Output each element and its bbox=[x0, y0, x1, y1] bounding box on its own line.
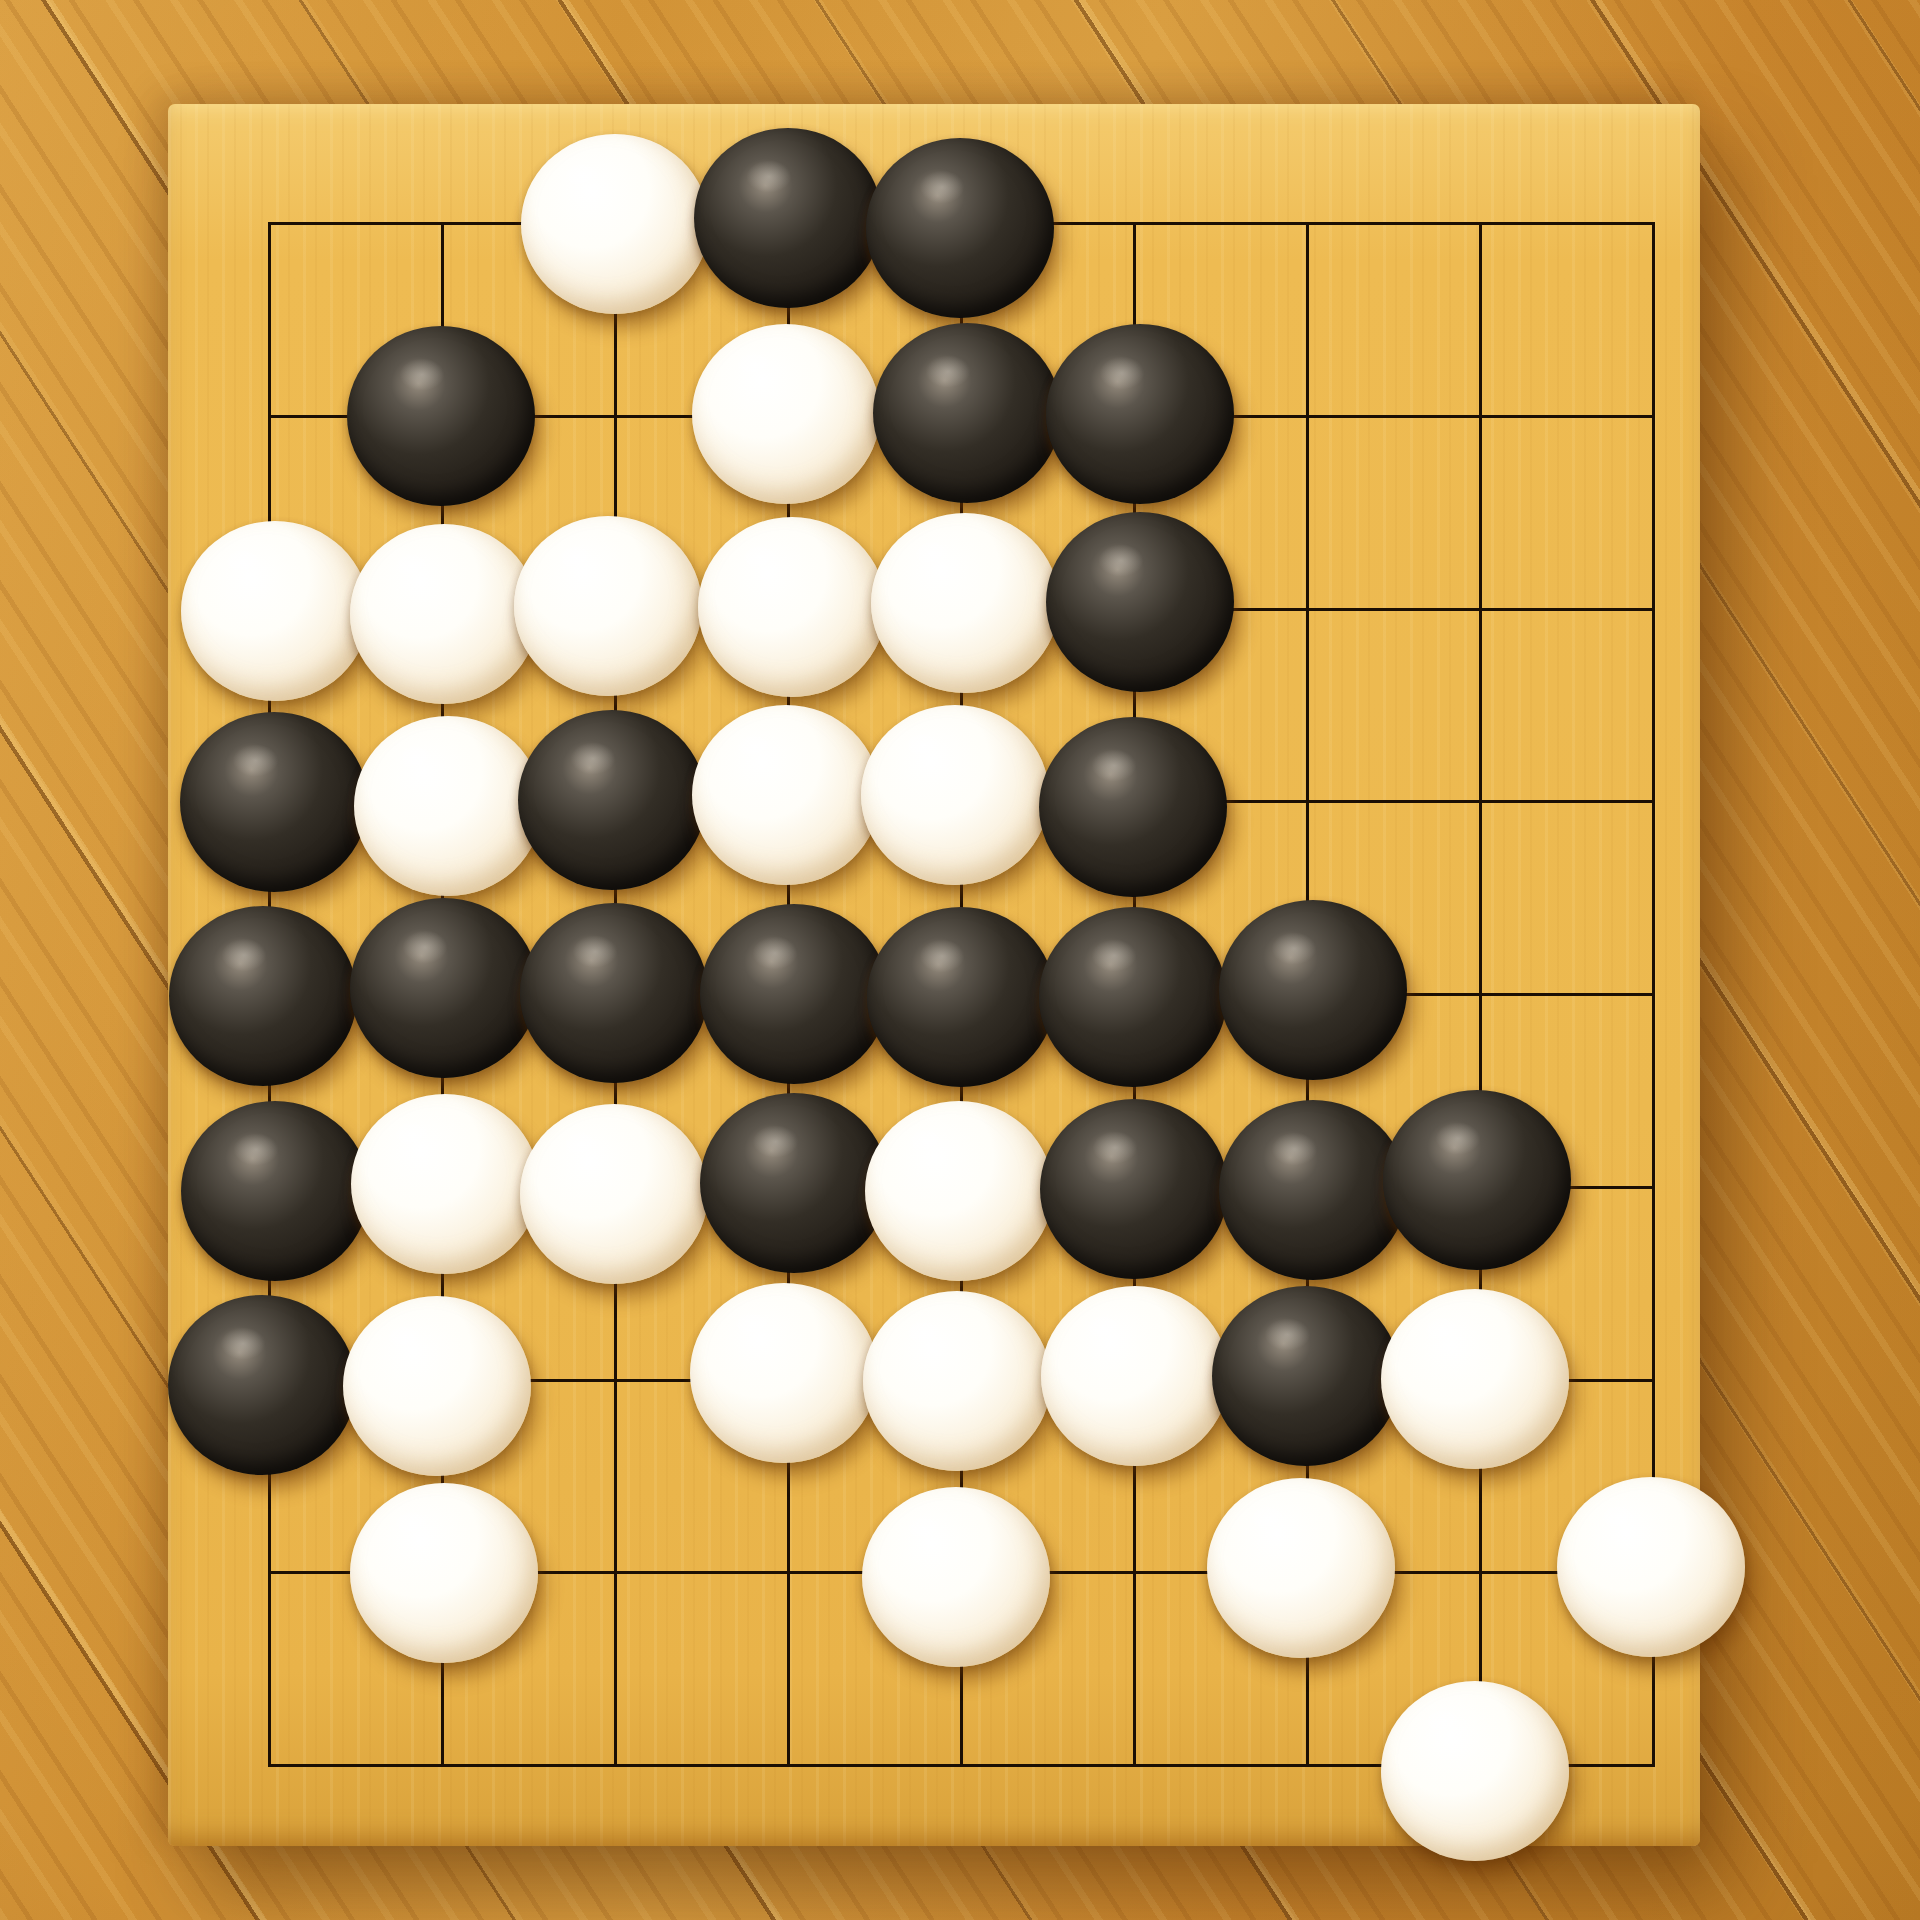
white-stone bbox=[521, 134, 709, 314]
black-stone bbox=[518, 710, 706, 890]
black-stone bbox=[873, 323, 1061, 503]
white-stone bbox=[1557, 1477, 1745, 1657]
black-stone bbox=[700, 1093, 888, 1273]
white-stone bbox=[692, 324, 880, 504]
grid-line-vertical-8 bbox=[1479, 222, 1482, 1767]
black-stone bbox=[180, 712, 368, 892]
white-stone bbox=[354, 716, 542, 896]
white-stone bbox=[690, 1283, 878, 1463]
white-stone bbox=[865, 1101, 1053, 1281]
black-stone bbox=[169, 906, 357, 1086]
white-stone bbox=[514, 516, 702, 696]
black-stone bbox=[1212, 1286, 1400, 1466]
black-stone bbox=[867, 907, 1055, 1087]
white-stone bbox=[350, 1483, 538, 1663]
black-stone bbox=[347, 326, 535, 506]
white-stone bbox=[862, 1487, 1050, 1667]
black-stone bbox=[1046, 512, 1234, 692]
white-stone bbox=[1381, 1681, 1569, 1861]
white-stone bbox=[351, 1094, 539, 1274]
go-board bbox=[168, 104, 1700, 1846]
white-stone bbox=[181, 521, 369, 701]
white-stone bbox=[871, 513, 1059, 693]
black-stone bbox=[866, 138, 1054, 318]
black-stone bbox=[700, 904, 888, 1084]
black-stone bbox=[350, 898, 538, 1078]
white-stone bbox=[863, 1291, 1051, 1471]
white-stone bbox=[698, 517, 886, 697]
white-stone bbox=[1207, 1478, 1395, 1658]
black-stone bbox=[1219, 900, 1407, 1080]
white-stone bbox=[692, 705, 880, 885]
black-stone bbox=[694, 128, 882, 308]
white-stone bbox=[1041, 1286, 1229, 1466]
black-stone bbox=[1039, 717, 1227, 897]
black-stone bbox=[1039, 907, 1227, 1087]
white-stone bbox=[343, 1296, 531, 1476]
black-stone bbox=[1046, 324, 1234, 504]
white-stone bbox=[520, 1104, 708, 1284]
black-stone bbox=[1040, 1099, 1228, 1279]
black-stone bbox=[1219, 1100, 1407, 1280]
wood-floor bbox=[0, 0, 1920, 1920]
white-stone bbox=[350, 524, 538, 704]
white-stone bbox=[1381, 1289, 1569, 1469]
black-stone bbox=[168, 1295, 356, 1475]
white-stone bbox=[861, 705, 1049, 885]
black-stone bbox=[520, 903, 708, 1083]
black-stone bbox=[1383, 1090, 1571, 1270]
black-stone bbox=[181, 1101, 369, 1281]
